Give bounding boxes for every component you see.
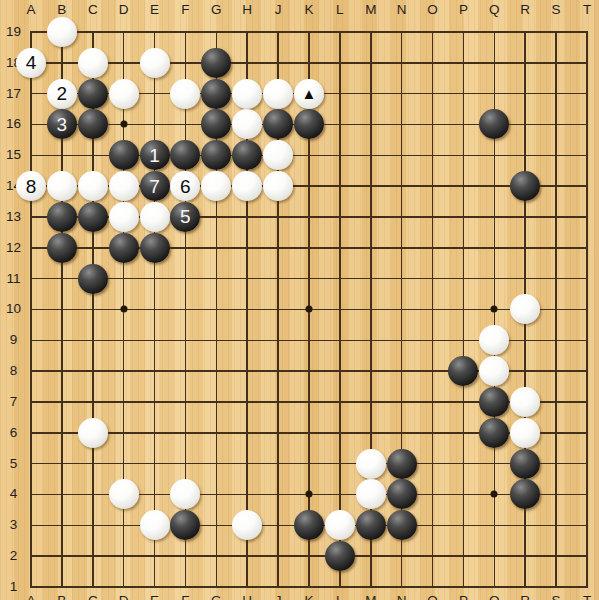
triangle-marker-icon: ▲: [301, 86, 316, 101]
column-label: C: [77, 3, 108, 17]
stone-white: [263, 171, 293, 201]
stone-white: 6: [170, 171, 200, 201]
stone-black: [201, 48, 231, 78]
stone-white: [479, 325, 509, 355]
column-label: F: [170, 3, 201, 17]
column-label: P: [448, 3, 479, 17]
stone-white: ▲: [294, 79, 324, 109]
stone-white: [170, 79, 200, 109]
stone-white: 2: [47, 79, 77, 109]
stone-white: [109, 479, 139, 509]
column-label: O: [417, 3, 448, 17]
column-label: Q: [479, 3, 510, 17]
stone-white: [232, 79, 262, 109]
stone-black: [109, 233, 139, 263]
stone-black: [78, 264, 108, 294]
stone-white: [263, 140, 293, 170]
stone-white: [47, 17, 77, 47]
column-label: L: [324, 3, 355, 17]
move-number: 8: [26, 177, 37, 196]
stone-white: [479, 356, 509, 386]
stone-black: [479, 418, 509, 448]
stone-black: 1: [140, 140, 170, 170]
column-label: T: [572, 3, 599, 17]
column-label: S: [541, 3, 572, 17]
stone-black: 5: [170, 202, 200, 232]
column-label: M: [355, 3, 386, 17]
stone-black: [325, 541, 355, 571]
stone-white: [140, 202, 170, 232]
stone-black: [263, 109, 293, 139]
move-number: 6: [180, 177, 191, 196]
stone-black: [356, 510, 386, 540]
go-board: ABCDEFGHJKLMNOPQRST ABCDEFGHJKLMNOPQRST …: [0, 0, 599, 600]
stone-black: [387, 449, 417, 479]
stone-black: [294, 109, 324, 139]
column-label: N: [386, 3, 417, 17]
board-grid: 42▲318765: [16, 17, 599, 600]
stone-white: [232, 109, 262, 139]
column-label: G: [201, 3, 232, 17]
stone-black: [78, 109, 108, 139]
stone-black: [294, 510, 324, 540]
move-number: 7: [149, 177, 160, 196]
stone-white: [263, 79, 293, 109]
stone-black: [78, 79, 108, 109]
stone-white: [510, 418, 540, 448]
stone-black: [510, 171, 540, 201]
column-label: A: [16, 3, 47, 17]
stone-white: [356, 449, 386, 479]
stone-black: 7: [140, 171, 170, 201]
column-label: E: [139, 3, 170, 17]
stone-white: [109, 171, 139, 201]
stone-white: [140, 510, 170, 540]
move-number: 4: [26, 53, 37, 72]
column-label: R: [510, 3, 541, 17]
column-label: K: [294, 3, 325, 17]
stone-white: [140, 48, 170, 78]
stone-black: [47, 233, 77, 263]
stone-white: [170, 479, 200, 509]
stone-white: [201, 171, 231, 201]
stone-black: [387, 479, 417, 509]
stone-white: [78, 171, 108, 201]
stone-white: [78, 418, 108, 448]
stone-black: [170, 140, 200, 170]
stone-black: [140, 233, 170, 263]
column-label: B: [46, 3, 77, 17]
column-label: D: [108, 3, 139, 17]
stone-white: [232, 171, 262, 201]
stone-black: [510, 479, 540, 509]
stone-black: [170, 510, 200, 540]
stone-white: [510, 294, 540, 324]
stone-black: [78, 202, 108, 232]
stone-white: [232, 510, 262, 540]
stone-black: [109, 140, 139, 170]
stone-black: [201, 79, 231, 109]
move-number: 5: [180, 207, 191, 226]
stone-white: [510, 387, 540, 417]
stone-white: [356, 479, 386, 509]
stone-white: [47, 171, 77, 201]
stone-white: 8: [16, 171, 46, 201]
stone-white: [78, 48, 108, 78]
stone-white: [109, 202, 139, 232]
stone-black: [201, 140, 231, 170]
stone-white: [325, 510, 355, 540]
stone-black: [479, 109, 509, 139]
stone-black: 3: [47, 109, 77, 139]
stone-black: [448, 356, 478, 386]
move-number: 3: [57, 115, 68, 134]
stone-black: [47, 202, 77, 232]
stone-black: [479, 387, 509, 417]
stone-black: [510, 449, 540, 479]
column-label: J: [263, 3, 294, 17]
stone-black: [387, 510, 417, 540]
column-label: H: [232, 3, 263, 17]
stone-white: [109, 79, 139, 109]
stone-black: [232, 140, 262, 170]
move-number: 1: [149, 146, 160, 165]
move-number: 2: [57, 84, 68, 103]
stone-black: [201, 109, 231, 139]
stone-white: 4: [16, 48, 46, 78]
